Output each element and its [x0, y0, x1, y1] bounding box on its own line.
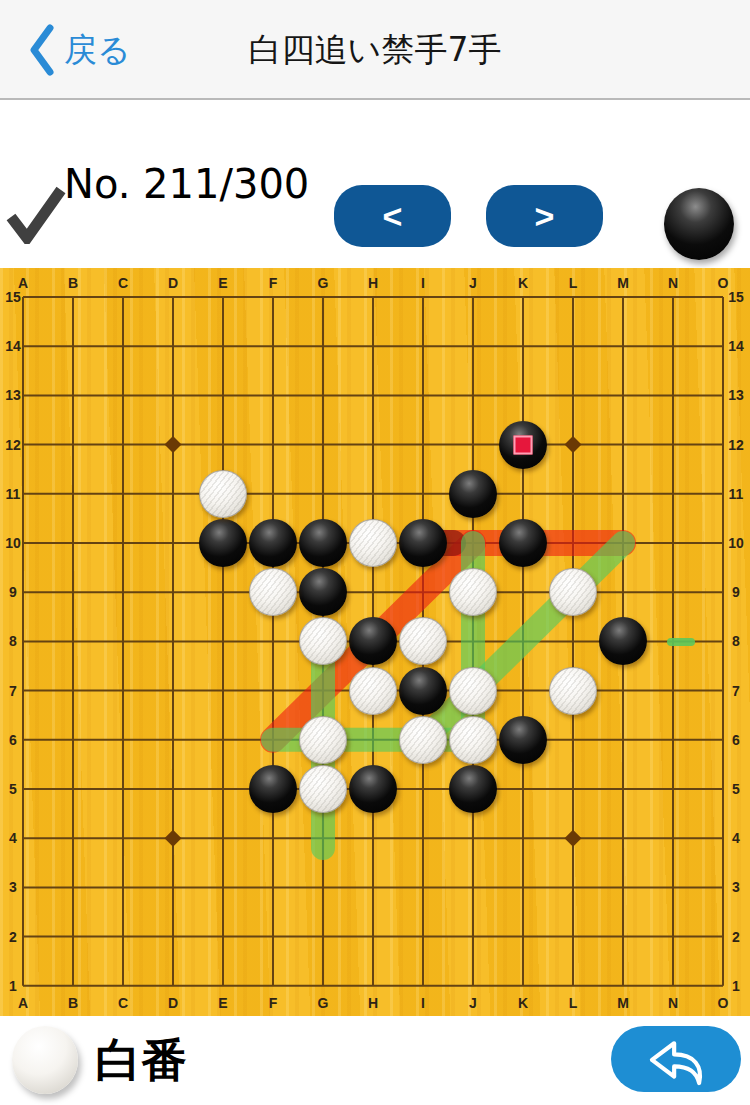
col-label-bottom: H — [368, 995, 378, 1011]
row-label-right: 2 — [732, 929, 740, 945]
row-label-left: 2 — [9, 929, 17, 945]
stone-black-K12[interactable] — [499, 421, 547, 469]
col-label-bottom: I — [421, 995, 425, 1011]
stone-black-H5[interactable] — [349, 765, 397, 813]
stone-black-K6[interactable] — [499, 716, 547, 764]
board[interactable]: AABBCCDDEEFFGGHHIIJJKKLLMMNNOO1515141413… — [0, 268, 750, 1016]
col-label-top: J — [469, 275, 477, 291]
col-label-top: O — [718, 275, 729, 291]
col-label-top: I — [421, 275, 425, 291]
col-label-bottom: L — [569, 995, 578, 1011]
turn-label: 白番 — [95, 1016, 187, 1105]
col-label-top: G — [318, 275, 329, 291]
row-label-left: 12 — [5, 437, 21, 453]
puzzle-counter: No. 211/300 — [64, 100, 309, 268]
row-label-right: 10 — [728, 535, 744, 551]
row-label-left: 4 — [9, 830, 17, 846]
col-label-bottom: C — [118, 995, 128, 1011]
row-label-left: 15 — [5, 289, 21, 305]
stone-black-F5[interactable] — [249, 765, 297, 813]
col-label-bottom: K — [518, 995, 528, 1011]
stone-black-G9[interactable] — [299, 568, 347, 616]
stone-white-E11[interactable] — [199, 470, 247, 518]
col-label-top: H — [368, 275, 378, 291]
row-label-right: 5 — [732, 781, 740, 797]
stone-white-I6[interactable] — [399, 716, 447, 764]
col-label-bottom: J — [469, 995, 477, 1011]
stone-white-H7[interactable] — [349, 667, 397, 715]
stone-white-J9[interactable] — [449, 568, 497, 616]
row-label-right: 15 — [728, 289, 744, 305]
row-label-right: 4 — [732, 830, 740, 846]
stone-white-L9[interactable] — [549, 568, 597, 616]
check-icon — [6, 184, 66, 244]
undo-button[interactable] — [611, 1026, 741, 1092]
stone-white-H10[interactable] — [349, 519, 397, 567]
stone-black-I10[interactable] — [399, 519, 447, 567]
col-label-bottom: E — [218, 995, 227, 1011]
col-label-top: K — [518, 275, 528, 291]
prev-puzzle-button[interactable]: < — [334, 185, 451, 247]
stone-white-J7[interactable] — [449, 667, 497, 715]
row-label-right: 8 — [732, 633, 740, 649]
star-point — [165, 830, 182, 847]
row-label-left: 7 — [9, 683, 17, 699]
stone-white-G8[interactable] — [299, 617, 347, 665]
col-label-bottom: F — [269, 995, 278, 1011]
toolbar: No. 211/300 < > — [0, 100, 750, 268]
white-stone-turn-indicator — [12, 1026, 78, 1094]
last-move-marker — [514, 435, 533, 454]
row-label-left: 13 — [5, 387, 21, 403]
col-label-top: D — [168, 275, 178, 291]
stone-white-F9[interactable] — [249, 568, 297, 616]
col-label-bottom: M — [617, 995, 629, 1011]
row-label-left: 11 — [6, 486, 21, 502]
col-label-top: C — [118, 275, 128, 291]
star-point — [565, 830, 582, 847]
bottom-bar: 白番 — [0, 1016, 750, 1105]
stone-black-K10[interactable] — [499, 519, 547, 567]
row-label-right: 11 — [729, 486, 744, 502]
stone-white-J6[interactable] — [449, 716, 497, 764]
stone-white-L7[interactable] — [549, 667, 597, 715]
row-label-right: 14 — [728, 338, 744, 354]
row-label-right: 6 — [732, 732, 740, 748]
row-label-left: 3 — [9, 879, 17, 895]
stone-black-G10[interactable] — [299, 519, 347, 567]
col-label-top: M — [617, 275, 629, 291]
stone-black-M8[interactable] — [599, 617, 647, 665]
row-label-left: 5 — [9, 781, 17, 797]
stone-black-E10[interactable] — [199, 519, 247, 567]
stone-black-J11[interactable] — [449, 470, 497, 518]
stone-white-G5[interactable] — [299, 765, 347, 813]
row-label-left: 10 — [5, 535, 21, 551]
col-label-bottom: B — [68, 995, 78, 1011]
col-label-bottom: D — [168, 995, 178, 1011]
col-label-bottom: O — [718, 995, 729, 1011]
stone-white-I8[interactable] — [399, 617, 447, 665]
nav-bar: 戻る 白四追い禁手7手 — [0, 0, 750, 100]
row-label-left: 1 — [9, 978, 17, 994]
undo-arrow-icon — [639, 1031, 713, 1087]
next-puzzle-button[interactable]: > — [486, 185, 603, 247]
stone-black-H8[interactable] — [349, 617, 397, 665]
star-point — [565, 436, 582, 453]
col-label-top: B — [68, 275, 78, 291]
row-label-right: 1 — [732, 978, 740, 994]
stone-black-F10[interactable] — [249, 519, 297, 567]
row-label-right: 7 — [732, 683, 740, 699]
row-label-right: 13 — [728, 387, 744, 403]
row-label-left: 14 — [5, 338, 21, 354]
page-title: 白四追い禁手7手 — [0, 0, 750, 100]
col-label-top: F — [269, 275, 278, 291]
row-label-right: 9 — [732, 584, 740, 600]
row-label-right: 3 — [732, 879, 740, 895]
stone-black-J5[interactable] — [449, 765, 497, 813]
stone-black-I7[interactable] — [399, 667, 447, 715]
black-stone-indicator — [664, 188, 734, 260]
row-label-left: 8 — [9, 633, 17, 649]
col-label-top: L — [569, 275, 578, 291]
row-label-right: 12 — [728, 437, 744, 453]
stone-white-G6[interactable] — [299, 716, 347, 764]
col-label-bottom: A — [18, 995, 28, 1011]
col-label-top: N — [668, 275, 678, 291]
col-label-top: E — [218, 275, 227, 291]
row-label-left: 6 — [9, 732, 17, 748]
row-label-left: 9 — [9, 584, 17, 600]
star-point — [165, 436, 182, 453]
col-label-bottom: N — [668, 995, 678, 1011]
col-label-bottom: G — [318, 995, 329, 1011]
